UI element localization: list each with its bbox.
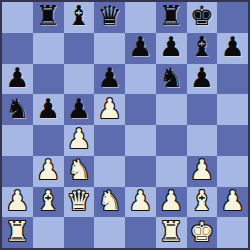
white-bishop: ♝ [36,187,60,216]
square-c4[interactable]: ♟ [64,125,95,156]
square-d2[interactable]: ♞ [94,187,125,218]
black-rook: ♜ [36,2,60,31]
white-knight: ♞ [98,187,122,216]
square-h4[interactable] [217,125,248,156]
square-b4[interactable] [33,125,64,156]
square-f7[interactable]: ♟ [156,33,187,64]
square-d1[interactable] [94,217,125,248]
square-d8[interactable]: ♛ [94,2,125,33]
square-a5[interactable]: ♞ [2,94,33,125]
square-a3[interactable] [2,156,33,187]
black-pawn: ♟ [67,94,91,123]
square-a7[interactable] [2,33,33,64]
square-c3[interactable]: ♞ [64,156,95,187]
black-bishop: ♝ [190,33,214,62]
white-pawn: ♟ [190,156,214,185]
square-e7[interactable]: ♟ [125,33,156,64]
white-queen: ♛ [67,187,91,216]
white-pawn: ♟ [128,187,152,216]
square-e8[interactable] [125,2,156,33]
square-d7[interactable] [94,33,125,64]
square-e1[interactable] [125,217,156,248]
black-pawn: ♟ [128,33,152,62]
white-pawn: ♟ [67,125,91,154]
square-f1[interactable]: ♜ [156,217,187,248]
square-e6[interactable] [125,64,156,95]
square-e3[interactable] [125,156,156,187]
square-f4[interactable] [156,125,187,156]
square-g7[interactable]: ♝ [187,33,218,64]
square-g1[interactable]: ♚ [187,217,218,248]
square-e5[interactable] [125,94,156,125]
square-a6[interactable]: ♟ [2,64,33,95]
white-pawn: ♟ [36,156,60,185]
white-pawn: ♟ [98,94,122,123]
black-queen: ♛ [98,2,122,31]
black-pawn: ♟ [5,64,29,93]
square-h7[interactable]: ♟ [217,33,248,64]
white-rook: ♜ [5,217,29,246]
chess-board: ♜♝♛♜♚♟♟♝♟♟♟♞♟♞♟♟♟♟♟♞♟♟♝♛♞♟♟♝♟♜♜♚ [0,0,250,250]
square-f2[interactable]: ♟ [156,187,187,218]
square-d4[interactable] [94,125,125,156]
white-knight: ♞ [67,156,91,185]
square-g2[interactable]: ♝ [187,187,218,218]
black-knight: ♞ [159,64,183,93]
square-e2[interactable]: ♟ [125,187,156,218]
black-bishop: ♝ [67,2,91,31]
square-h8[interactable] [217,2,248,33]
square-c2[interactable]: ♛ [64,187,95,218]
square-f5[interactable] [156,94,187,125]
square-g4[interactable] [187,125,218,156]
square-a2[interactable]: ♟ [2,187,33,218]
square-g6[interactable]: ♟ [187,64,218,95]
square-h1[interactable] [217,217,248,248]
square-h6[interactable] [217,64,248,95]
square-c6[interactable] [64,64,95,95]
square-b8[interactable]: ♜ [33,2,64,33]
square-a8[interactable] [2,2,33,33]
square-h3[interactable] [217,156,248,187]
square-b1[interactable] [33,217,64,248]
square-d3[interactable] [94,156,125,187]
square-f3[interactable] [156,156,187,187]
square-g5[interactable] [187,94,218,125]
black-pawn: ♟ [190,64,214,93]
square-b7[interactable] [33,33,64,64]
square-e4[interactable] [125,125,156,156]
square-h2[interactable]: ♟ [217,187,248,218]
white-pawn: ♟ [221,187,245,216]
square-c1[interactable] [64,217,95,248]
white-pawn: ♟ [5,187,29,216]
square-a4[interactable] [2,125,33,156]
white-pawn: ♟ [159,187,183,216]
black-pawn: ♟ [36,94,60,123]
black-pawn: ♟ [159,33,183,62]
square-h5[interactable] [217,94,248,125]
square-c8[interactable]: ♝ [64,2,95,33]
black-knight: ♞ [5,94,29,123]
square-g8[interactable]: ♚ [187,2,218,33]
square-b6[interactable] [33,64,64,95]
square-g3[interactable]: ♟ [187,156,218,187]
square-d6[interactable]: ♟ [94,64,125,95]
black-rook: ♜ [159,2,183,31]
white-bishop: ♝ [190,187,214,216]
square-f8[interactable]: ♜ [156,2,187,33]
square-b3[interactable]: ♟ [33,156,64,187]
white-rook: ♜ [159,217,183,246]
black-king: ♚ [190,2,214,31]
square-b5[interactable]: ♟ [33,94,64,125]
black-pawn: ♟ [221,33,245,62]
square-a1[interactable]: ♜ [2,217,33,248]
black-pawn: ♟ [98,64,122,93]
square-f6[interactable]: ♞ [156,64,187,95]
square-c5[interactable]: ♟ [64,94,95,125]
square-d5[interactable]: ♟ [94,94,125,125]
white-king: ♚ [190,217,214,246]
square-b2[interactable]: ♝ [33,187,64,218]
square-c7[interactable] [64,33,95,64]
